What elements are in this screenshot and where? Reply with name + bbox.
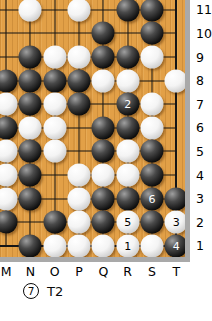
intersection-N3[interactable] bbox=[18, 187, 42, 211]
col-label-O: O bbox=[50, 264, 60, 279]
intersection-T6[interactable] bbox=[164, 116, 188, 140]
black-stone-T1: 4 bbox=[165, 234, 188, 257]
intersection-O7[interactable] bbox=[43, 92, 67, 116]
black-stone-P7 bbox=[68, 93, 91, 116]
row-label-7: 7 bbox=[196, 97, 204, 112]
go-diagram: 265314 MNOPQRST 1110987654321 7 T2 bbox=[0, 0, 212, 321]
row-label-4: 4 bbox=[196, 168, 204, 183]
intersection-O3[interactable] bbox=[43, 187, 67, 211]
row-label-9: 9 bbox=[196, 50, 204, 65]
white-stone-Q8 bbox=[92, 69, 115, 92]
black-stone-N5 bbox=[19, 140, 42, 163]
black-stone-R9 bbox=[116, 45, 139, 68]
intersection-M11[interactable] bbox=[0, 0, 18, 22]
row-label-1: 1 bbox=[196, 238, 204, 253]
white-stone-R4 bbox=[116, 163, 139, 186]
white-stone-T2: 3 bbox=[165, 211, 188, 234]
intersection-M5[interactable] bbox=[0, 140, 18, 164]
row-label-2: 2 bbox=[196, 215, 204, 230]
black-stone-N8 bbox=[19, 69, 42, 92]
white-stone-P4 bbox=[68, 163, 91, 186]
row-label-10: 10 bbox=[196, 26, 212, 41]
intersection-Q3[interactable] bbox=[91, 187, 115, 211]
intersection-N11[interactable] bbox=[18, 0, 42, 22]
black-stone-R7: 2 bbox=[116, 93, 139, 116]
white-stone-P11 bbox=[68, 0, 91, 21]
intersection-R4[interactable] bbox=[115, 163, 139, 187]
white-stone-N11 bbox=[19, 0, 42, 21]
intersection-S6[interactable] bbox=[140, 116, 164, 140]
black-stone-T3 bbox=[165, 187, 188, 210]
intersection-P11[interactable] bbox=[67, 0, 91, 22]
intersection-O10[interactable] bbox=[43, 22, 67, 46]
intersection-N5[interactable] bbox=[18, 140, 42, 164]
intersection-M3[interactable] bbox=[0, 187, 18, 211]
col-label-S: S bbox=[148, 264, 156, 279]
black-stone-N3 bbox=[19, 187, 42, 210]
white-stone-P3 bbox=[68, 187, 91, 210]
black-stone-Q5 bbox=[92, 140, 115, 163]
intersection-Q9[interactable] bbox=[91, 45, 115, 69]
row-label-11: 11 bbox=[196, 2, 212, 17]
intersection-O8[interactable] bbox=[43, 69, 67, 93]
col-label-N: N bbox=[26, 264, 35, 279]
black-stone-N4 bbox=[19, 163, 42, 186]
intersection-Q2[interactable] bbox=[91, 210, 115, 234]
intersection-T10[interactable] bbox=[164, 22, 188, 46]
white-stone-P2 bbox=[68, 211, 91, 234]
intersection-T5[interactable] bbox=[164, 140, 188, 164]
intersection-M4[interactable] bbox=[0, 163, 18, 187]
black-stone-M6 bbox=[0, 116, 18, 139]
intersection-N2[interactable] bbox=[18, 210, 42, 234]
black-stone-Q2 bbox=[92, 211, 115, 234]
intersection-S8[interactable] bbox=[140, 69, 164, 93]
intersection-M8[interactable] bbox=[0, 69, 18, 93]
intersection-M7[interactable] bbox=[0, 92, 18, 116]
col-label-P: P bbox=[75, 264, 83, 279]
black-stone-O2 bbox=[43, 211, 66, 234]
move-number-circle: 7 bbox=[23, 283, 39, 299]
intersection-Q6[interactable] bbox=[91, 116, 115, 140]
black-stone-S4 bbox=[140, 163, 163, 186]
black-stone-Q9 bbox=[92, 45, 115, 68]
intersection-R2[interactable]: 5 bbox=[115, 210, 139, 234]
row-label-8: 8 bbox=[196, 73, 204, 88]
intersection-R11[interactable] bbox=[115, 0, 139, 22]
black-stone-S10 bbox=[140, 22, 163, 45]
white-stone-O1 bbox=[43, 234, 66, 257]
intersection-T11[interactable] bbox=[164, 0, 188, 22]
black-stone-P8 bbox=[68, 69, 91, 92]
intersection-P1[interactable] bbox=[67, 234, 91, 258]
intersection-Q5[interactable] bbox=[91, 140, 115, 164]
intersection-T9[interactable] bbox=[164, 45, 188, 69]
intersection-T1[interactable]: 4 bbox=[164, 234, 188, 258]
intersection-S10[interactable] bbox=[140, 22, 164, 46]
intersection-S5[interactable] bbox=[140, 140, 164, 164]
black-stone-S5 bbox=[140, 140, 163, 163]
intersection-R1[interactable]: 1 bbox=[115, 234, 139, 258]
intersection-T2[interactable]: 3 bbox=[164, 210, 188, 234]
intersection-T8[interactable] bbox=[164, 69, 188, 93]
row-label-5: 5 bbox=[196, 144, 204, 159]
white-stone-N6 bbox=[19, 116, 42, 139]
white-stone-R2: 5 bbox=[116, 211, 139, 234]
white-stone-M5 bbox=[0, 140, 18, 163]
intersection-P10[interactable] bbox=[67, 22, 91, 46]
intersection-M6[interactable] bbox=[0, 116, 18, 140]
white-stone-R1: 1 bbox=[116, 234, 139, 257]
intersection-Q10[interactable] bbox=[91, 22, 115, 46]
intersection-S7[interactable] bbox=[140, 92, 164, 116]
black-stone-Q10 bbox=[92, 22, 115, 45]
white-stone-R8 bbox=[116, 69, 139, 92]
white-stone-M4 bbox=[0, 163, 18, 186]
intersection-O6[interactable] bbox=[43, 116, 67, 140]
black-stone-Q3 bbox=[92, 187, 115, 210]
white-stone-O9 bbox=[43, 45, 66, 68]
intersection-Q8[interactable] bbox=[91, 69, 115, 93]
intersection-M1[interactable] bbox=[0, 234, 18, 258]
black-stone-S3: 6 bbox=[140, 187, 163, 210]
intersection-R6[interactable] bbox=[115, 116, 139, 140]
intersection-S1[interactable] bbox=[140, 234, 164, 258]
intersection-M10[interactable] bbox=[0, 22, 18, 46]
white-stone-O5 bbox=[43, 140, 66, 163]
white-stone-Q4 bbox=[92, 163, 115, 186]
intersection-S11[interactable] bbox=[140, 0, 164, 22]
intersection-N7[interactable] bbox=[18, 92, 42, 116]
intersection-P7[interactable] bbox=[67, 92, 91, 116]
col-label-M: M bbox=[1, 264, 12, 279]
intersection-S3[interactable]: 6 bbox=[140, 187, 164, 211]
intersection-Q7[interactable] bbox=[91, 92, 115, 116]
black-stone-O8 bbox=[43, 69, 66, 92]
black-stone-S2 bbox=[140, 211, 163, 234]
intersection-N4[interactable] bbox=[18, 163, 42, 187]
white-stone-S7 bbox=[140, 93, 163, 116]
white-stone-S9 bbox=[140, 45, 163, 68]
white-stone-S6 bbox=[140, 116, 163, 139]
black-stone-M8 bbox=[0, 69, 18, 92]
intersection-P3[interactable] bbox=[67, 187, 91, 211]
intersection-T7[interactable] bbox=[164, 92, 188, 116]
go-board: 265314 bbox=[0, 0, 190, 262]
move-number: 7 bbox=[28, 285, 35, 297]
intersection-N6[interactable] bbox=[18, 116, 42, 140]
white-stone-O6 bbox=[43, 116, 66, 139]
intersection-O4[interactable] bbox=[43, 163, 67, 187]
intersection-Q1[interactable] bbox=[91, 234, 115, 258]
intersection-O2[interactable] bbox=[43, 210, 67, 234]
black-stone-S11 bbox=[140, 0, 163, 21]
col-label-R: R bbox=[123, 264, 132, 279]
intersection-M2[interactable] bbox=[0, 210, 18, 234]
move-annotation-point: T2 bbox=[47, 284, 63, 299]
black-stone-N9 bbox=[19, 45, 42, 68]
intersection-T4[interactable] bbox=[164, 163, 188, 187]
intersection-P4[interactable] bbox=[67, 163, 91, 187]
intersection-R9[interactable] bbox=[115, 45, 139, 69]
white-stone-P1 bbox=[68, 234, 91, 257]
white-stone-P9 bbox=[68, 45, 91, 68]
intersection-N1[interactable] bbox=[18, 234, 42, 258]
black-stone-Q6 bbox=[92, 116, 115, 139]
black-stone-R3 bbox=[116, 187, 139, 210]
intersection-P5[interactable] bbox=[67, 140, 91, 164]
white-stone-M7 bbox=[0, 93, 18, 116]
intersection-M9[interactable] bbox=[0, 45, 18, 69]
board-grid: 265314 bbox=[0, 0, 188, 258]
white-stone-R5 bbox=[116, 140, 139, 163]
black-stone-N1 bbox=[19, 234, 42, 257]
intersection-S2[interactable] bbox=[140, 210, 164, 234]
intersection-O11[interactable] bbox=[43, 0, 67, 22]
row-label-6: 6 bbox=[196, 120, 204, 135]
intersection-Q11[interactable] bbox=[91, 0, 115, 22]
intersection-O1[interactable] bbox=[43, 234, 67, 258]
black-stone-R6 bbox=[116, 116, 139, 139]
intersection-N10[interactable] bbox=[18, 22, 42, 46]
intersection-R3[interactable] bbox=[115, 187, 139, 211]
intersection-S9[interactable] bbox=[140, 45, 164, 69]
intersection-O5[interactable] bbox=[43, 140, 67, 164]
intersection-P2[interactable] bbox=[67, 210, 91, 234]
intersection-S4[interactable] bbox=[140, 163, 164, 187]
intersection-O9[interactable] bbox=[43, 45, 67, 69]
intersection-Q4[interactable] bbox=[91, 163, 115, 187]
col-label-Q: Q bbox=[98, 264, 108, 279]
intersection-P9[interactable] bbox=[67, 45, 91, 69]
row-label-3: 3 bbox=[196, 191, 204, 206]
black-stone-M2 bbox=[0, 211, 18, 234]
white-stone-O7 bbox=[43, 93, 66, 116]
intersection-R7[interactable]: 2 bbox=[115, 92, 139, 116]
intersection-R8[interactable] bbox=[115, 69, 139, 93]
white-stone-M3 bbox=[0, 187, 18, 210]
black-stone-N7 bbox=[19, 93, 42, 116]
black-stone-R11 bbox=[116, 0, 139, 21]
intersection-P6[interactable] bbox=[67, 116, 91, 140]
intersection-N8[interactable] bbox=[18, 69, 42, 93]
intersection-P8[interactable] bbox=[67, 69, 91, 93]
intersection-R5[interactable] bbox=[115, 140, 139, 164]
col-label-T: T bbox=[172, 264, 180, 279]
white-stone-S1 bbox=[140, 234, 163, 257]
white-stone-Q1 bbox=[92, 234, 115, 257]
white-stone-T8 bbox=[165, 69, 188, 92]
intersection-N9[interactable] bbox=[18, 45, 42, 69]
intersection-T3[interactable] bbox=[164, 187, 188, 211]
intersection-R10[interactable] bbox=[115, 22, 139, 46]
